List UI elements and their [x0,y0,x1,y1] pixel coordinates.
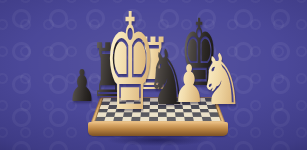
pieces-layer: ♟♜♚♜♞♟♚♞ [0,0,307,150]
chess-banner: ♟♜♚♜♞♟♚♞ [0,0,307,150]
black-pawn-piece: ♟ [68,64,96,108]
white-knight-piece: ♞ [198,45,243,115]
